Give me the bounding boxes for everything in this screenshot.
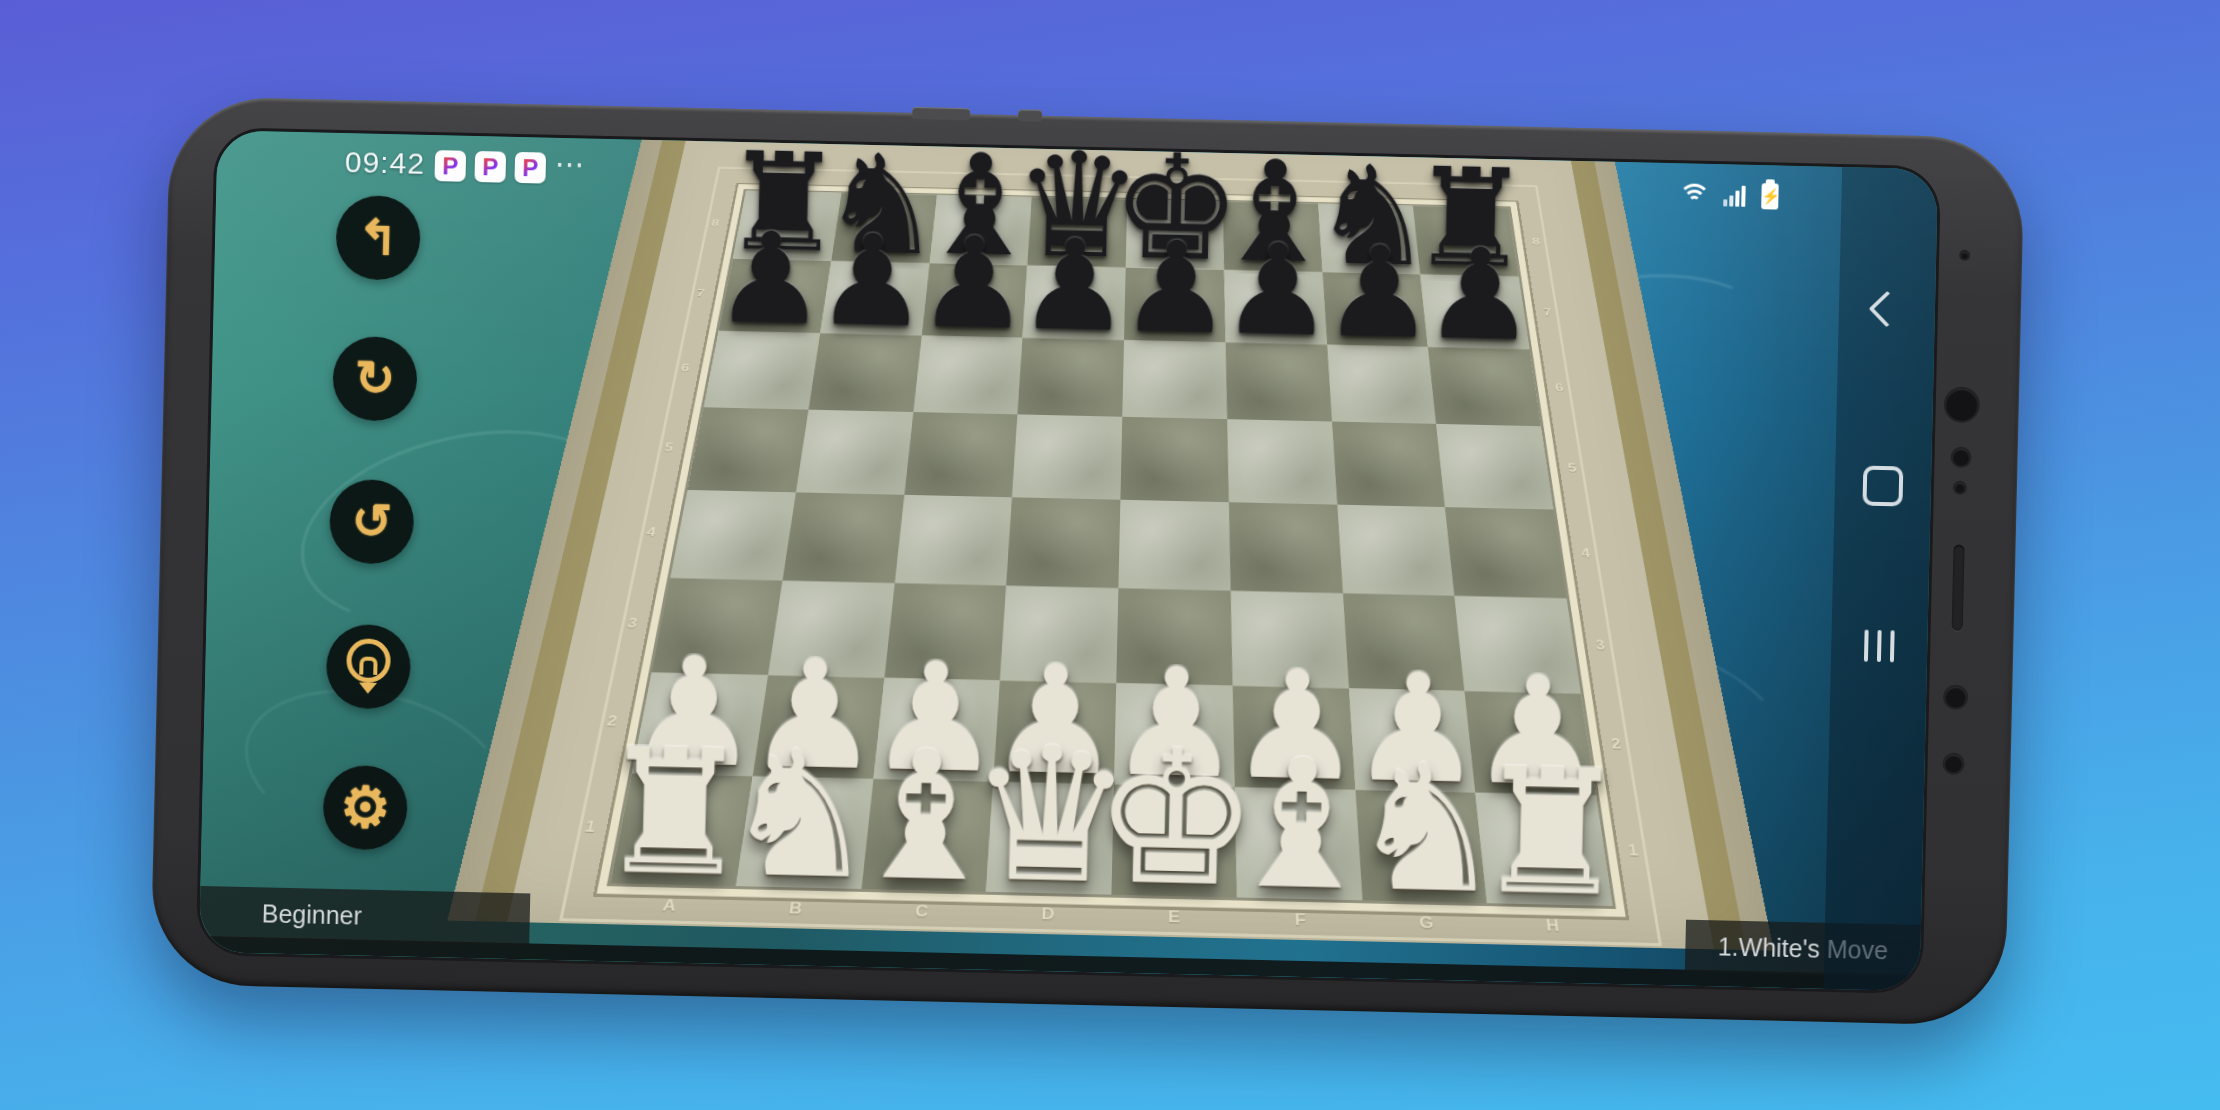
square-h6[interactable] (1428, 347, 1541, 427)
back-arrow-icon: ↰ (358, 213, 399, 262)
square-c4[interactable] (894, 495, 1012, 586)
redo-icon: ↻ (354, 354, 395, 403)
notification-overflow-icon: ⋯ (554, 146, 588, 182)
square-d5[interactable] (1012, 415, 1122, 500)
notification-badge-icon: P (514, 152, 546, 184)
square-f1[interactable]: ♝ (1234, 787, 1362, 900)
square-f5[interactable] (1227, 420, 1337, 505)
wifi-icon (1679, 181, 1709, 204)
bezel-sensor-dot (1952, 449, 1969, 466)
phone-power-button (1018, 109, 1042, 122)
bezel-camera-lens (1945, 388, 1978, 421)
nav-recents-icon[interactable] (1862, 630, 1897, 663)
battery-charging-icon: ⚡ (1761, 183, 1779, 209)
square-a6[interactable] (704, 331, 820, 410)
difficulty-label: Beginner (261, 899, 362, 930)
white-rook-piece[interactable]: ♜ (589, 742, 760, 883)
android-nav-bar (1823, 167, 1938, 991)
square-h7[interactable]: ♟ (1420, 274, 1529, 349)
square-h5[interactable] (1436, 424, 1553, 509)
lightbulb-icon (346, 638, 391, 683)
square-f6[interactable] (1225, 342, 1331, 422)
square-g6[interactable] (1327, 344, 1437, 424)
square-a5[interactable] (687, 408, 808, 493)
white-rook-piece[interactable]: ♜ (1466, 762, 1637, 903)
notification-badge-icon: P (474, 151, 506, 183)
gear-icon: ⚙ (339, 779, 390, 836)
square-g5[interactable] (1332, 422, 1445, 507)
bezel-camera-lens (1945, 686, 1966, 707)
phone-screen: ♜♞♝♛♚♝♞♜♟♟♟♟♟♟♟♟♟♟♟♟♟♟♟♟♜♞♝♛♚♝♞♜88776655… (199, 130, 1938, 991)
clock-text: 09:42 (344, 145, 425, 181)
square-c6[interactable] (913, 335, 1023, 414)
bezel-speaker-grille (1952, 545, 1965, 631)
board-coordinate-label: 6 (1548, 381, 1571, 395)
bezel-sensor-dot (1944, 755, 1962, 773)
bezel-sensor-dot (1955, 483, 1965, 493)
nav-back-icon[interactable] (1869, 291, 1906, 328)
square-c1[interactable]: ♝ (861, 779, 993, 892)
square-a1[interactable]: ♜ (610, 774, 752, 886)
square-b4[interactable] (782, 492, 904, 583)
square-c5[interactable] (904, 412, 1018, 497)
white-bishop-piece[interactable]: ♝ (840, 744, 1011, 890)
page-background: ♜♞♝♛♚♝♞♜♟♟♟♟♟♟♟♟♟♟♟♟♟♟♟♟♜♞♝♛♚♝♞♜88776655… (0, 0, 2220, 1110)
bezel-sensor-dot (1961, 252, 1968, 259)
signal-bars-icon (1723, 184, 1749, 207)
difficulty-badge: Beginner (199, 886, 530, 945)
board-coordinate-label: 5 (1560, 461, 1584, 475)
stone-table: ♜♞♝♛♚♝♞♜♟♟♟♟♟♟♟♟♟♟♟♟♟♟♟♟♜♞♝♛♚♝♞♜88776655… (447, 130, 1773, 951)
square-e6[interactable] (1122, 340, 1227, 420)
phone-volume-button (912, 107, 970, 120)
black-pawn-piece[interactable]: ♟ (1411, 244, 1549, 347)
phone-frame: ♜♞♝♛♚♝♞♜♟♟♟♟♟♟♟♟♟♟♟♟♟♟♟♟♜♞♝♛♚♝♞♜88776655… (150, 96, 2025, 1026)
square-b6[interactable] (808, 333, 921, 412)
notification-badge-icon: P (434, 150, 466, 182)
square-e5[interactable] (1120, 417, 1228, 502)
white-bishop-piece[interactable]: ♝ (1216, 752, 1387, 898)
square-b5[interactable] (796, 410, 913, 495)
chess-board[interactable]: ♜♞♝♛♚♝♞♜♟♟♟♟♟♟♟♟♟♟♟♟♟♟♟♟♜♞♝♛♚♝♞♜88776655… (610, 191, 1612, 906)
square-h1[interactable]: ♜ (1475, 793, 1612, 906)
status-icons: ⚡ (1679, 177, 1800, 212)
board-coordinate-label: 4 (1574, 546, 1599, 561)
undo-icon: ↺ (351, 497, 392, 546)
nav-home-icon[interactable] (1862, 466, 1903, 507)
chess-scene: ♜♞♝♛♚♝♞♜♟♟♟♟♟♟♟♟♟♟♟♟♟♟♟♟♜♞♝♛♚♝♞♜88776655… (661, 186, 1578, 946)
